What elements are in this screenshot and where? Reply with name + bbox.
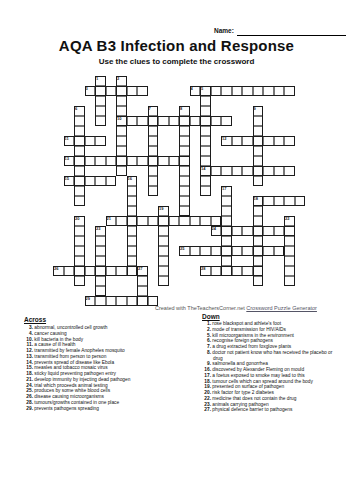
grid-cell[interactable]	[127, 266, 138, 276]
grid-cell[interactable]	[74, 256, 85, 266]
grid-cell[interactable]	[242, 86, 253, 96]
grid-cell[interactable]	[95, 156, 106, 166]
grid-cell[interactable]	[232, 246, 243, 256]
grid-cell[interactable]	[106, 296, 117, 306]
grid-cell[interactable]	[274, 196, 285, 206]
grid-cell[interactable]	[148, 106, 159, 116]
grid-cell[interactable]	[106, 176, 117, 186]
grid-cell[interactable]	[127, 296, 138, 306]
grid-cell[interactable]	[106, 86, 117, 96]
grid-cell[interactable]	[253, 156, 264, 166]
grid-cell[interactable]	[127, 236, 138, 246]
name-write-line	[237, 35, 346, 36]
grid-cell[interactable]	[74, 126, 85, 136]
grid-cell[interactable]	[95, 76, 106, 86]
clue-text: salmonella and gonorrhea	[211, 361, 268, 366]
clue-text: transmitted by female Anopheles mosquito	[33, 348, 125, 353]
grid-cell[interactable]	[221, 206, 232, 216]
grid-cell[interactable]	[284, 246, 295, 256]
grid-cell[interactable]	[179, 196, 190, 206]
grid-cell[interactable]	[169, 156, 180, 166]
clue-text: discovered by Alexander Fleming on mould	[211, 367, 304, 372]
grid-cell[interactable]	[295, 196, 306, 206]
grid-cell[interactable]	[253, 176, 264, 186]
grid-cell[interactable]	[148, 126, 159, 136]
grid-cell[interactable]	[232, 166, 243, 176]
grid-cell[interactable]	[253, 126, 264, 136]
grid-cell[interactable]	[221, 246, 232, 256]
grid-cell[interactable]	[242, 226, 253, 236]
clue-text: trial which proceeds animal testing	[33, 383, 108, 388]
crossword-grid: 1234567891011121314151617181920212223242…	[53, 76, 305, 306]
grid-cell[interactable]	[64, 156, 75, 166]
grid-cell[interactable]	[179, 176, 190, 186]
grid-cell[interactable]	[127, 256, 138, 266]
grid-cell[interactable]	[179, 216, 190, 226]
clue-text: risk factor for type 2 diabetes	[211, 390, 274, 395]
grid-cell[interactable]	[200, 166, 211, 176]
grid-cell[interactable]	[158, 206, 169, 216]
grid-cell[interactable]	[253, 256, 264, 266]
grid-cell[interactable]	[127, 246, 138, 256]
grid-cell[interactable]	[74, 276, 85, 286]
grid-cell[interactable]	[127, 86, 138, 96]
grid-cell[interactable]	[127, 176, 138, 186]
grid-cell[interactable]	[274, 136, 285, 146]
grid-cell[interactable]	[211, 226, 222, 236]
grid-cell[interactable]	[284, 226, 295, 236]
grid-cell[interactable]	[116, 106, 127, 116]
grid-cell[interactable]	[221, 196, 232, 206]
grid-cell[interactable]	[253, 206, 264, 216]
grid-cell[interactable]	[242, 136, 253, 146]
grid-cell[interactable]	[242, 166, 253, 176]
grid-cell[interactable]	[200, 156, 211, 166]
grid-cell[interactable]	[137, 286, 148, 296]
clue-text: kill microorganisms in the environment	[211, 333, 294, 338]
grid-cell[interactable]	[200, 266, 211, 276]
grid-cell[interactable]	[148, 136, 159, 146]
grid-cell[interactable]	[211, 266, 222, 276]
grid-cell[interactable]	[74, 226, 85, 236]
grid-cell[interactable]	[116, 86, 127, 96]
grid-cell[interactable]	[253, 246, 264, 256]
grid-cell[interactable]	[200, 126, 211, 136]
grid-cell[interactable]	[95, 136, 106, 146]
grid-cell[interactable]	[95, 286, 106, 296]
grid-cell[interactable]	[284, 136, 295, 146]
grid-cell[interactable]	[158, 226, 169, 236]
grid-cell[interactable]	[74, 186, 85, 196]
grid-cell[interactable]	[116, 166, 127, 176]
grid-cell[interactable]	[95, 176, 106, 186]
clue-text: abnormal, uncontrolled cell growth	[33, 325, 107, 330]
grid-cell[interactable]	[158, 236, 169, 246]
clue-text: measles and tobacco mosaic virus	[33, 365, 108, 370]
grid-cell[interactable]	[116, 216, 127, 226]
grid-cell[interactable]	[253, 106, 264, 116]
grid-cell[interactable]	[148, 216, 159, 226]
grid-cell[interactable]	[158, 246, 169, 256]
clue-text: a drug extracted from foxglove plants	[211, 344, 291, 349]
grid-cell[interactable]	[221, 226, 232, 236]
grid-cell[interactable]	[274, 226, 285, 236]
grid-cell[interactable]	[127, 216, 138, 226]
grid-cell[interactable]	[95, 246, 106, 256]
grid-cell[interactable]	[179, 126, 190, 136]
grid-cell[interactable]	[158, 276, 169, 286]
grid-cell[interactable]	[200, 116, 211, 126]
clue-text: physical defence barrier to pathogens	[211, 407, 292, 412]
grid-cell[interactable]	[221, 116, 232, 126]
grid-cell[interactable]	[148, 166, 159, 176]
grid-cell[interactable]	[200, 146, 211, 156]
clue-text: rose blackspot and athlete's foot	[211, 321, 281, 326]
grid-cell[interactable]	[74, 166, 85, 176]
grid-cell[interactable]	[200, 136, 211, 146]
clue-text: recognise foreign pathogens	[211, 338, 273, 343]
grid-cell[interactable]	[169, 216, 180, 226]
grid-cell[interactable]	[74, 106, 85, 116]
clue-text: tumour cells which can spread around the…	[211, 379, 313, 384]
grid-cell[interactable]	[190, 246, 201, 256]
clue-text: mode of transmission for HIV/AIDs	[211, 327, 286, 332]
grid-cell[interactable]	[200, 186, 211, 196]
grid-cell[interactable]	[179, 206, 190, 216]
grid-cell[interactable]	[232, 86, 243, 96]
grid-cell[interactable]	[221, 236, 232, 246]
grid-cell[interactable]	[95, 226, 106, 236]
grid-cell[interactable]	[116, 146, 127, 156]
grid-cell[interactable]	[74, 246, 85, 256]
down-heading: Down	[202, 313, 220, 320]
grid-cell[interactable]	[263, 136, 274, 146]
grid-cell[interactable]	[95, 296, 106, 306]
grid-cell[interactable]	[148, 116, 159, 126]
grid-cell[interactable]	[211, 246, 222, 256]
grid-cell[interactable]	[274, 246, 285, 256]
generator-credit: Created with TheTeachersCorner.net Cross…	[155, 305, 317, 311]
grid-cell[interactable]	[95, 236, 106, 246]
grid-cell[interactable]	[85, 266, 96, 276]
clue-number: 29.	[22, 406, 33, 412]
grid-cell[interactable]	[106, 266, 117, 276]
grid-cell[interactable]	[127, 116, 138, 126]
grid-cell[interactable]	[211, 116, 222, 126]
grid-cell[interactable]	[263, 246, 274, 256]
grid-cell[interactable]	[200, 96, 211, 106]
grid-cell[interactable]	[85, 136, 96, 146]
grid-cell[interactable]	[137, 86, 148, 96]
grid-cell[interactable]	[127, 156, 138, 166]
grid-cell[interactable]	[64, 136, 75, 146]
grid-cell[interactable]	[263, 166, 274, 176]
grid-cell[interactable]	[253, 216, 264, 226]
grid-cell[interactable]	[284, 166, 295, 176]
grid-cell[interactable]	[95, 256, 106, 266]
grid-cell[interactable]	[179, 116, 190, 126]
clue-text: medicine that does not contain the drug	[211, 396, 296, 401]
clue-text: transmitted from person to person	[33, 354, 106, 359]
grid-cell[interactable]	[74, 216, 85, 226]
grid-cell[interactable]	[74, 156, 85, 166]
grid-cell[interactable]	[284, 266, 295, 276]
grid-cell[interactable]	[232, 266, 243, 276]
grid-cell[interactable]	[74, 116, 85, 126]
grid-cell[interactable]	[200, 176, 211, 186]
grid-cell[interactable]	[253, 276, 264, 286]
across-clue-list: 3. abnormal, uncontrolled cell growth4. …	[22, 325, 187, 411]
grid-cell[interactable]	[95, 266, 106, 276]
clue-text: presented on surface of pathogen	[211, 384, 284, 389]
grid-cell[interactable]	[116, 296, 127, 306]
grid-cell[interactable]	[221, 216, 232, 226]
grid-cell[interactable]	[64, 266, 75, 276]
grid-cell[interactable]	[284, 86, 295, 96]
grid-cell[interactable]	[190, 86, 201, 96]
grid-cell[interactable]	[274, 86, 285, 96]
grid-cell[interactable]	[127, 226, 138, 236]
worksheet-page: Name: AQA B3 Infection and Response Use …	[0, 0, 353, 500]
grid-cell[interactable]	[85, 86, 96, 96]
grid-cell[interactable]	[85, 156, 96, 166]
grid-cell[interactable]	[148, 156, 159, 166]
clue-text: tumours/growths contained in one place	[33, 400, 119, 405]
grid-cell[interactable]	[116, 126, 127, 136]
clue-text: cancer causing	[33, 331, 67, 336]
grid-cell[interactable]	[232, 136, 243, 146]
grid-cell[interactable]	[263, 86, 274, 96]
grid-cell[interactable]	[137, 296, 148, 306]
grid-cell[interactable]	[284, 236, 295, 246]
credit-prefix: Created with TheTeachersCorner.net	[155, 305, 246, 311]
clue-number: 8.	[200, 350, 211, 356]
grid-cell[interactable]	[116, 96, 127, 106]
grid-cell[interactable]	[253, 136, 264, 146]
grid-cell[interactable]	[242, 266, 253, 276]
grid-cell[interactable]	[116, 116, 127, 126]
grid-cell[interactable]	[95, 106, 106, 116]
grid-cell[interactable]	[116, 266, 127, 276]
clue-number: 27.	[200, 407, 211, 413]
grid-cell[interactable]	[137, 266, 148, 276]
clue-text: a foetus exposed to smoke may lead to th…	[211, 373, 305, 378]
grid-cell[interactable]	[85, 296, 96, 306]
clue-text: sticky liquid preventing pathogen entry	[33, 371, 116, 376]
grid-cell[interactable]	[116, 76, 127, 86]
clue-text: produces by some white blood cells	[33, 388, 110, 393]
grid-cell[interactable]	[137, 116, 148, 126]
grid-cell[interactable]	[221, 186, 232, 196]
clue-text: develop immunity by injecting dead patho…	[33, 377, 130, 382]
grid-cell[interactable]	[190, 216, 201, 226]
clue-item: 27. physical defence barrier to pathogen…	[200, 407, 340, 413]
clue-text: doctor not patient know who has received…	[211, 350, 332, 361]
grid-cell[interactable]	[211, 86, 222, 96]
name-label: Name:	[214, 27, 234, 34]
grid-cell[interactable]	[158, 116, 169, 126]
grid-cell[interactable]	[253, 226, 264, 236]
clue-text: kill bacteria in the body	[33, 337, 83, 342]
grid-cell[interactable]	[179, 136, 190, 146]
grid-cell[interactable]	[200, 106, 211, 116]
grid-cell[interactable]	[263, 226, 274, 236]
generator-link[interactable]: Crossword Puzzle Generator	[246, 305, 317, 311]
grid-cell[interactable]	[179, 166, 190, 176]
grid-cell[interactable]	[148, 146, 159, 156]
grid-cell[interactable]	[190, 116, 201, 126]
grid-cell[interactable]	[158, 266, 169, 276]
grid-cell[interactable]	[253, 236, 264, 246]
grid-cell[interactable]	[106, 216, 117, 226]
grid-cell[interactable]	[221, 136, 232, 146]
grid-cell[interactable]	[253, 166, 264, 176]
grid-cell[interactable]	[74, 136, 85, 146]
grid-cell[interactable]	[95, 116, 106, 126]
grid-cell[interactable]	[179, 246, 190, 256]
grid-cell[interactable]	[53, 266, 64, 276]
grid-cell[interactable]	[221, 166, 232, 176]
grid-cell[interactable]	[242, 246, 253, 256]
down-clue-list: 1. rose blackspot and athlete's foot2. m…	[200, 321, 340, 413]
grid-cell[interactable]	[179, 156, 190, 166]
grid-cell[interactable]	[253, 146, 264, 156]
grid-cell[interactable]	[116, 156, 127, 166]
grid-cell[interactable]	[95, 96, 106, 106]
grid-cell[interactable]	[253, 266, 264, 276]
grid-cell[interactable]	[95, 276, 106, 286]
grid-cell[interactable]	[127, 206, 138, 216]
grid-cell[interactable]	[200, 246, 211, 256]
grid-cell[interactable]	[253, 86, 264, 96]
clue-text: animals carrying pathogen	[211, 402, 269, 407]
grid-cell[interactable]	[85, 176, 96, 186]
clue-text: prevents pathogens spreading	[33, 406, 99, 411]
grid-cell[interactable]	[179, 186, 190, 196]
grid-cell[interactable]	[74, 236, 85, 246]
grid-cell[interactable]	[74, 146, 85, 156]
clue-text: a cause of ill health	[33, 342, 75, 347]
grid-cell[interactable]	[158, 156, 169, 166]
grid-cell[interactable]	[137, 276, 148, 286]
grid-cell[interactable]	[232, 226, 243, 236]
grid-cell[interactable]	[211, 166, 222, 176]
grid-cell[interactable]	[127, 186, 138, 196]
grid-cell[interactable]	[284, 196, 295, 206]
grid-cell[interactable]	[64, 176, 75, 186]
grid-cell[interactable]	[221, 86, 232, 96]
grid-cell[interactable]	[148, 176, 159, 186]
grid-cell[interactable]	[200, 86, 211, 96]
grid-cell[interactable]	[106, 156, 117, 166]
grid-cell[interactable]	[200, 216, 211, 226]
grid-cell[interactable]	[158, 256, 169, 266]
grid-cell[interactable]	[74, 196, 85, 206]
grid-cell[interactable]	[253, 116, 264, 126]
grid-cell[interactable]	[137, 216, 148, 226]
grid-cell[interactable]	[263, 196, 274, 206]
grid-cell[interactable]	[253, 196, 264, 206]
grid-cell[interactable]	[116, 136, 127, 146]
grid-cell[interactable]	[95, 86, 106, 96]
grid-cell[interactable]	[284, 256, 295, 266]
clue-item: 29. prevents pathogens spreading	[22, 406, 187, 412]
grid-cell[interactable]	[148, 186, 159, 196]
grid-cell[interactable]	[211, 216, 222, 226]
grid-cell[interactable]	[284, 276, 295, 286]
grid-cell[interactable]	[274, 166, 285, 176]
grid-cell[interactable]	[137, 156, 148, 166]
across-heading: Across	[24, 316, 46, 323]
clue-text: prevents spread of disease like Ebola	[33, 360, 114, 365]
page-subtitle: Use the clues to complete the crossword	[0, 57, 353, 66]
grid-cell[interactable]	[221, 256, 232, 266]
grid-cell[interactable]	[158, 216, 169, 226]
grid-cell[interactable]	[179, 146, 190, 156]
grid-cell[interactable]	[284, 216, 295, 226]
clue-text: disease causing microorganisms	[33, 394, 104, 399]
grid-cell[interactable]	[179, 106, 190, 116]
grid-cell[interactable]	[221, 266, 232, 276]
grid-cell[interactable]	[74, 266, 85, 276]
clue-item: 8. doctor not patient know who has recei…	[200, 350, 340, 362]
grid-cell[interactable]	[74, 176, 85, 186]
grid-cell[interactable]	[127, 196, 138, 206]
page-title: AQA B3 Infection and Response	[0, 37, 353, 54]
grid-cell[interactable]	[169, 116, 180, 126]
